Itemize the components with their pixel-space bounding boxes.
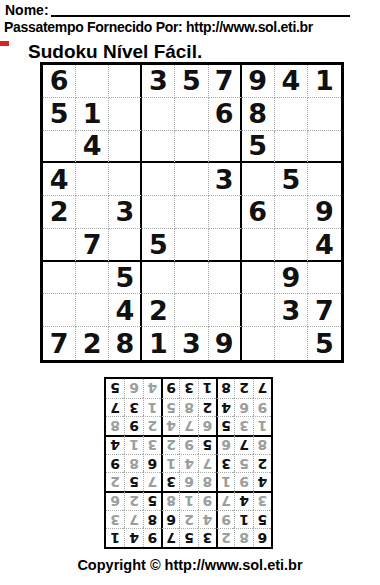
solution-cell-r3c3: 7 (216, 491, 234, 510)
puzzle-cell-r3c6[interactable] (209, 131, 242, 164)
solution-cell-r8c5: 8 (179, 398, 197, 417)
solution-cell-r6c7: 3 (143, 435, 161, 454)
solution-cell-r9c2: 2 (234, 379, 252, 398)
solution-cell-r2c1: 5 (253, 510, 271, 529)
solution-cell-r4c9: 2 (106, 472, 124, 491)
solution-cell-r5c7: 6 (143, 454, 161, 473)
puzzle-cell-r1c1: 6 (43, 65, 76, 98)
solution-cell-r1c3: 2 (216, 528, 234, 547)
puzzle-cell-r1c4: 3 (142, 65, 175, 98)
solution-cell-r9c7: 4 (143, 379, 161, 398)
puzzle-cell-r7c1[interactable] (43, 262, 76, 295)
puzzle-cell-r7c9[interactable] (308, 262, 341, 295)
solution-cell-r1c2: 8 (234, 528, 252, 547)
copyright-text: Copyright © http://www.sol.eti.br (0, 557, 380, 573)
puzzle-cell-r5c6[interactable] (209, 196, 242, 229)
solution-cell-r2c6: 6 (161, 510, 179, 529)
puzzle-cell-r8c1[interactable] (43, 294, 76, 327)
solution-cell-r2c2: 1 (234, 510, 252, 529)
solution-cell-r9c5: 3 (179, 379, 197, 398)
puzzle-cell-r4c7[interactable] (242, 163, 275, 196)
solution-cell-r4c1: 4 (253, 472, 271, 491)
puzzle-cell-r8c2[interactable] (76, 294, 109, 327)
puzzle-cell-r3c4[interactable] (142, 131, 175, 164)
solution-cell-r8c8: 3 (124, 398, 142, 417)
puzzle-cell-r8c3: 4 (109, 294, 142, 327)
solution-cell-r9c9: 5 (106, 379, 124, 398)
puzzle-cell-r6c4: 5 (142, 229, 175, 262)
puzzle-cell-r5c4[interactable] (142, 196, 175, 229)
puzzle-cell-r3c8[interactable] (275, 131, 308, 164)
puzzle-cell-r3c7: 5 (242, 131, 275, 164)
puzzle-cell-r6c7[interactable] (242, 229, 275, 262)
solution-cell-r5c1: 2 (253, 454, 271, 473)
solution-cell-r9c4: 1 (198, 379, 216, 398)
solution-cell-r5c3: 3 (216, 454, 234, 473)
puzzle-cell-r7c6[interactable] (209, 262, 242, 295)
puzzle-cell-r1c7: 9 (242, 65, 275, 98)
solution-cell-r8c4: 2 (198, 398, 216, 417)
puzzle-cell-r1c6: 7 (209, 65, 242, 98)
name-underline (51, 15, 350, 17)
sudoku-puzzle-grid: 635794151684543523697545942377281395 (40, 62, 344, 363)
puzzle-cell-r7c4[interactable] (142, 262, 175, 295)
name-row: Nome: (5, 2, 350, 18)
solution-cell-r9c6: 9 (161, 379, 179, 398)
solution-cell-r8c1: 9 (253, 398, 271, 417)
puzzle-cell-r1c2[interactable] (76, 65, 109, 98)
puzzle-cell-r4c2[interactable] (76, 163, 109, 196)
solution-cell-r4c5: 6 (179, 472, 197, 491)
solution-cell-r6c9: 4 (106, 435, 124, 454)
puzzle-cell-r1c5: 5 (175, 65, 208, 98)
puzzle-cell-r6c9: 4 (308, 229, 341, 262)
puzzle-cell-r8c4: 2 (142, 294, 175, 327)
solution-cell-r7c7: 2 (143, 416, 161, 435)
puzzle-cell-r5c9: 9 (308, 196, 341, 229)
solution-cell-r5c9: 9 (106, 454, 124, 473)
solution-cell-r4c8: 5 (124, 472, 142, 491)
puzzle-cell-r2c4[interactable] (142, 98, 175, 131)
solution-cell-r9c3: 8 (216, 379, 234, 398)
puzzle-cell-r8c5[interactable] (175, 294, 208, 327)
puzzle-cell-r6c5[interactable] (175, 229, 208, 262)
solution-cell-r1c9: 1 (106, 528, 124, 547)
solution-cell-r8c7: 1 (143, 398, 161, 417)
puzzle-cell-r8c7[interactable] (242, 294, 275, 327)
solution-cell-r3c7: 5 (143, 491, 161, 510)
puzzle-cell-r3c5[interactable] (175, 131, 208, 164)
solution-cell-r7c4: 6 (198, 416, 216, 435)
page-title: Sudoku Nível Fácil. (28, 41, 202, 63)
puzzle-cell-r2c3[interactable] (109, 98, 142, 131)
solution-cell-r3c2: 4 (234, 491, 252, 510)
provider-line: Passatempo Fornecido Por: http://www.sol… (4, 19, 313, 35)
solution-cell-r1c6: 7 (161, 528, 179, 547)
puzzle-cell-r3c1[interactable] (43, 131, 76, 164)
puzzle-cell-r3c9[interactable] (308, 131, 341, 164)
solution-cell-r4c2: 9 (234, 472, 252, 491)
puzzle-cell-r2c5[interactable] (175, 98, 208, 131)
solution-cell-r8c2: 6 (234, 398, 252, 417)
name-label: Nome: (5, 2, 49, 18)
solution-cell-r6c5: 9 (179, 435, 197, 454)
puzzle-cell-r9c3: 8 (109, 327, 142, 360)
solution-cell-r1c7: 9 (143, 528, 161, 547)
solution-cell-r1c1: 6 (253, 528, 271, 547)
solution-cell-r5c2: 5 (234, 454, 252, 473)
puzzle-cell-r9c5: 3 (175, 327, 208, 360)
solution-cell-r3c6: 8 (161, 491, 179, 510)
solution-cell-r3c5: 1 (179, 491, 197, 510)
solution-cell-r6c2: 7 (234, 435, 252, 454)
solution-cell-r5c8: 8 (124, 454, 142, 473)
solution-cell-r7c8: 9 (124, 416, 142, 435)
solution-cell-r1c4: 3 (198, 528, 216, 547)
solution-cell-r6c6: 2 (161, 435, 179, 454)
puzzle-cell-r4c1: 4 (43, 163, 76, 196)
solution-cell-r5c4: 7 (198, 454, 216, 473)
puzzle-cell-r5c1: 2 (43, 196, 76, 229)
solution-cell-r7c9: 8 (106, 416, 124, 435)
puzzle-cell-r8c6[interactable] (209, 294, 242, 327)
puzzle-cell-r5c8[interactable] (275, 196, 308, 229)
puzzle-cell-r4c3[interactable] (109, 163, 142, 196)
red-rule-mark (0, 41, 9, 46)
solution-cell-r4c6: 3 (161, 472, 179, 491)
solution-cell-r7c6: 4 (161, 416, 179, 435)
puzzle-cell-r4c8: 5 (275, 163, 308, 196)
puzzle-cell-r7c3: 5 (109, 262, 142, 295)
solution-cell-r8c6: 5 (161, 398, 179, 417)
solution-cell-r3c1: 3 (253, 491, 271, 510)
solution-cell-r6c1: 8 (253, 435, 271, 454)
puzzle-cell-r8c9: 7 (308, 294, 341, 327)
solution-cell-r8c9: 7 (106, 398, 124, 417)
puzzle-cell-r2c7: 8 (242, 98, 275, 131)
puzzle-cell-r5c3: 3 (109, 196, 142, 229)
sudoku-solution-grid-rotated: 6823579415194268733479185264918637522537… (104, 377, 273, 549)
puzzle-cell-r4c9[interactable] (308, 163, 341, 196)
puzzle-cell-r4c4[interactable] (142, 163, 175, 196)
solution-cell-r6c4: 5 (198, 435, 216, 454)
puzzle-cell-r6c8[interactable] (275, 229, 308, 262)
solution-cell-r2c8: 7 (124, 510, 142, 529)
puzzle-cell-r3c2: 4 (76, 131, 109, 164)
puzzle-cell-r5c5[interactable] (175, 196, 208, 229)
puzzle-cell-r1c3[interactable] (109, 65, 142, 98)
solution-cell-r4c7: 7 (143, 472, 161, 491)
solution-cell-r6c3: 6 (216, 435, 234, 454)
puzzle-cell-r2c6: 6 (209, 98, 242, 131)
solution-cell-r1c5: 5 (179, 528, 197, 547)
solution-cell-r7c5: 7 (179, 416, 197, 435)
puzzle-cell-r9c8[interactable] (275, 327, 308, 360)
puzzle-cell-r7c2[interactable] (76, 262, 109, 295)
puzzle-cell-r7c7[interactable] (242, 262, 275, 295)
solution-cell-r9c1: 7 (253, 379, 271, 398)
solution-cell-r7c1: 1 (253, 416, 271, 435)
puzzle-cell-r6c1[interactable] (43, 229, 76, 262)
puzzle-cell-r9c6: 9 (209, 327, 242, 360)
solution-cell-r2c9: 3 (106, 510, 124, 529)
solution-cell-r1c8: 4 (124, 528, 142, 547)
puzzle-cell-r7c5[interactable] (175, 262, 208, 295)
puzzle-cell-r6c2: 7 (76, 229, 109, 262)
puzzle-cell-r9c4: 1 (142, 327, 175, 360)
solution-cell-r2c4: 4 (198, 510, 216, 529)
solution-cell-r7c2: 3 (234, 416, 252, 435)
solution-cell-r2c3: 9 (216, 510, 234, 529)
solution-cell-r4c4: 8 (198, 472, 216, 491)
puzzle-cell-r3c3[interactable] (109, 131, 142, 164)
puzzle-cell-r1c9: 1 (308, 65, 341, 98)
puzzle-cell-r2c1: 5 (43, 98, 76, 131)
solution-cell-r8c3: 4 (216, 398, 234, 417)
puzzle-cell-r4c5[interactable] (175, 163, 208, 196)
puzzle-cell-r9c7[interactable] (242, 327, 275, 360)
solution-cell-r2c7: 8 (143, 510, 161, 529)
puzzle-cell-r5c2[interactable] (76, 196, 109, 229)
puzzle-cell-r4c6: 3 (209, 163, 242, 196)
puzzle-cell-r9c9: 5 (308, 327, 341, 360)
solution-cell-r7c3: 5 (216, 416, 234, 435)
solution-cell-r3c9: 6 (106, 491, 124, 510)
solution-cell-r6c8: 1 (124, 435, 142, 454)
puzzle-cell-r9c2: 2 (76, 327, 109, 360)
puzzle-cell-r2c2: 1 (76, 98, 109, 131)
solution-cell-r3c4: 9 (198, 491, 216, 510)
puzzle-cell-r9c1: 7 (43, 327, 76, 360)
puzzle-cell-r2c9[interactable] (308, 98, 341, 131)
solution-cell-r3c8: 2 (124, 491, 142, 510)
solution-cell-r5c6: 1 (161, 454, 179, 473)
puzzle-cell-r7c8: 9 (275, 262, 308, 295)
puzzle-cell-r6c6[interactable] (209, 229, 242, 262)
solution-cell-r5c5: 4 (179, 454, 197, 473)
puzzle-cell-r2c8[interactable] (275, 98, 308, 131)
puzzle-cell-r6c3[interactable] (109, 229, 142, 262)
puzzle-cell-r1c8: 4 (275, 65, 308, 98)
solution-cell-r2c5: 2 (179, 510, 197, 529)
solution-cell-r4c3: 1 (216, 472, 234, 491)
puzzle-cell-r8c8: 3 (275, 294, 308, 327)
puzzle-cell-r5c7: 6 (242, 196, 275, 229)
solution-cell-r9c8: 6 (124, 379, 142, 398)
